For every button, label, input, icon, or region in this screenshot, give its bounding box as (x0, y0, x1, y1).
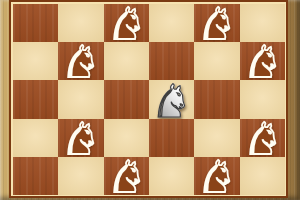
board-border: ♞♞♞♞♞♞♞♞♞ (9, 0, 288, 198)
brown-knight[interactable]: ♞ (104, 157, 149, 195)
brown-knight-glyph: ♞ (197, 155, 236, 199)
square-r1c4[interactable] (149, 4, 194, 42)
square-r2c1[interactable] (13, 42, 58, 80)
brown-knight[interactable]: ♞ (194, 157, 239, 195)
brown-knight-glyph: ♞ (61, 117, 100, 161)
wooden-frame: ♞♞♞♞♞♞♞♞♞ (0, 0, 300, 200)
brown-knight[interactable]: ♞ (58, 42, 103, 80)
square-r5c4[interactable] (149, 157, 194, 195)
square-r1c3[interactable]: ♞ (104, 4, 149, 42)
square-r5c2[interactable] (58, 157, 103, 195)
brown-knight[interactable]: ♞ (194, 4, 239, 42)
chess-board: ♞♞♞♞♞♞♞♞♞ (13, 4, 285, 195)
square-r2c6[interactable]: ♞ (240, 42, 285, 80)
square-r4c6[interactable]: ♞ (240, 119, 285, 157)
square-r2c2[interactable]: ♞ (58, 42, 103, 80)
square-r3c4[interactable]: ♞ (149, 80, 194, 118)
brown-knight-glyph: ♞ (61, 40, 100, 84)
brown-knight[interactable]: ♞ (240, 119, 285, 157)
square-r2c5[interactable] (194, 42, 239, 80)
brown-knight-glyph: ♞ (243, 117, 282, 161)
game-window: ♞♞♞♞♞♞♞♞♞ (0, 0, 300, 200)
white-knight-glyph: ♞ (151, 78, 192, 124)
square-r4c2[interactable]: ♞ (58, 119, 103, 157)
square-r5c1[interactable] (13, 157, 58, 195)
brown-knight-glyph: ♞ (107, 155, 146, 199)
brown-knight-glyph: ♞ (107, 2, 146, 46)
square-r4c4[interactable] (149, 119, 194, 157)
square-r5c5[interactable]: ♞ (194, 157, 239, 195)
square-r5c3[interactable]: ♞ (104, 157, 149, 195)
square-r3c1[interactable] (13, 80, 58, 118)
brown-knight[interactable]: ♞ (58, 119, 103, 157)
square-r1c1[interactable] (13, 4, 58, 42)
square-r1c5[interactable]: ♞ (194, 4, 239, 42)
brown-knight-glyph: ♞ (197, 2, 236, 46)
square-r3c3[interactable] (104, 80, 149, 118)
board-bevel: ♞♞♞♞♞♞♞♞♞ (11, 2, 286, 196)
square-r4c1[interactable] (13, 119, 58, 157)
square-r2c3[interactable] (104, 42, 149, 80)
square-r3c5[interactable] (194, 80, 239, 118)
brown-knight-glyph: ♞ (243, 40, 282, 84)
brown-knight[interactable]: ♞ (104, 4, 149, 42)
brown-knight[interactable]: ♞ (240, 42, 285, 80)
white-knight[interactable]: ♞ (149, 80, 194, 118)
square-r5c6[interactable] (240, 157, 285, 195)
